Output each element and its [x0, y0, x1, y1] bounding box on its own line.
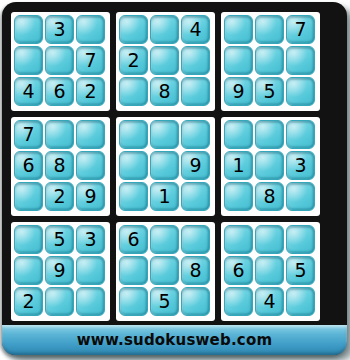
cell-r5c6: 9	[181, 151, 210, 180]
cell-r5c9: 3	[286, 151, 315, 180]
cell-r3c2: 6	[45, 77, 74, 106]
cell-r1c5[interactable]	[150, 15, 179, 44]
cell-r7c4: 6	[119, 225, 148, 254]
cell-r6c2: 2	[45, 182, 74, 211]
cell-r4c9[interactable]	[286, 120, 315, 149]
cell-r4c1: 7	[14, 120, 43, 149]
box-4: 76829	[11, 117, 110, 216]
box-5: 91	[116, 117, 215, 216]
box-7: 5392	[11, 222, 110, 321]
box-8: 685	[116, 222, 215, 321]
cell-r8c7: 6	[224, 256, 253, 285]
cell-r3c8: 5	[255, 77, 284, 106]
box-6: 138	[221, 117, 320, 216]
cell-r7c5[interactable]	[150, 225, 179, 254]
cell-r2c9[interactable]	[286, 46, 315, 75]
cell-r3c6[interactable]	[181, 77, 210, 106]
cell-r3c1: 4	[14, 77, 43, 106]
cell-r6c7[interactable]	[224, 182, 253, 211]
box-3: 795	[221, 12, 320, 111]
cell-r6c6[interactable]	[181, 182, 210, 211]
cell-r5c7: 1	[224, 151, 253, 180]
cell-r2c7[interactable]	[224, 46, 253, 75]
cell-r7c6[interactable]	[181, 225, 210, 254]
cell-r1c3[interactable]	[76, 15, 105, 44]
cell-r2c2[interactable]	[45, 46, 74, 75]
cell-r2c4: 2	[119, 46, 148, 75]
box-2: 428	[116, 12, 215, 111]
cell-r9c2[interactable]	[45, 287, 74, 316]
cell-r8c8[interactable]	[255, 256, 284, 285]
cell-r5c5[interactable]	[150, 151, 179, 180]
cell-r6c4[interactable]	[119, 182, 148, 211]
cell-r6c1[interactable]	[14, 182, 43, 211]
cell-r2c5[interactable]	[150, 46, 179, 75]
cell-r7c8[interactable]	[255, 225, 284, 254]
sudoku-grid: 3746242879576829911385392685654	[11, 12, 338, 321]
cell-r7c9[interactable]	[286, 225, 315, 254]
cell-r3c5: 8	[150, 77, 179, 106]
cell-r8c3[interactable]	[76, 256, 105, 285]
cell-r4c2[interactable]	[45, 120, 74, 149]
cell-r6c3: 9	[76, 182, 105, 211]
cell-r2c3: 7	[76, 46, 105, 75]
cell-r6c9[interactable]	[286, 182, 315, 211]
cell-r5c1: 6	[14, 151, 43, 180]
cell-r1c9: 7	[286, 15, 315, 44]
cell-r2c8[interactable]	[255, 46, 284, 75]
cell-r6c8: 8	[255, 182, 284, 211]
cell-r9c3[interactable]	[76, 287, 105, 316]
footer-url[interactable]: www.sudokusweb.com	[77, 331, 272, 349]
box-9: 654	[221, 222, 320, 321]
cell-r9c9[interactable]	[286, 287, 315, 316]
cell-r4c6[interactable]	[181, 120, 210, 149]
cell-r8c1[interactable]	[14, 256, 43, 285]
cell-r7c1[interactable]	[14, 225, 43, 254]
cell-r7c2: 5	[45, 225, 74, 254]
cell-r2c6[interactable]	[181, 46, 210, 75]
cell-r1c4[interactable]	[119, 15, 148, 44]
cell-r3c3: 2	[76, 77, 105, 106]
cell-r1c6: 4	[181, 15, 210, 44]
cell-r6c5: 1	[150, 182, 179, 211]
cell-r9c4[interactable]	[119, 287, 148, 316]
cell-r3c7: 9	[224, 77, 253, 106]
cell-r1c7[interactable]	[224, 15, 253, 44]
cell-r4c7[interactable]	[224, 120, 253, 149]
cell-r1c1[interactable]	[14, 15, 43, 44]
sudoku-board: 3746242879576829911385392685654 www.sudo…	[2, 2, 347, 355]
cell-r2c1[interactable]	[14, 46, 43, 75]
footer-banner: www.sudokusweb.com	[2, 325, 347, 355]
cell-r8c4[interactable]	[119, 256, 148, 285]
box-1: 37462	[11, 12, 110, 111]
cell-r5c8[interactable]	[255, 151, 284, 180]
cell-r9c8: 4	[255, 287, 284, 316]
cell-r4c5[interactable]	[150, 120, 179, 149]
cell-r3c4[interactable]	[119, 77, 148, 106]
cell-r8c6: 8	[181, 256, 210, 285]
cell-r4c8[interactable]	[255, 120, 284, 149]
cell-r9c6[interactable]	[181, 287, 210, 316]
cell-r5c3[interactable]	[76, 151, 105, 180]
cell-r3c9[interactable]	[286, 77, 315, 106]
cell-r7c3: 3	[76, 225, 105, 254]
cell-r7c7[interactable]	[224, 225, 253, 254]
cell-r5c4[interactable]	[119, 151, 148, 180]
cell-r1c8[interactable]	[255, 15, 284, 44]
cell-r1c2: 3	[45, 15, 74, 44]
cell-r8c5[interactable]	[150, 256, 179, 285]
cell-r8c9: 5	[286, 256, 315, 285]
cell-r9c7[interactable]	[224, 287, 253, 316]
cell-r9c5: 5	[150, 287, 179, 316]
cell-r9c1: 2	[14, 287, 43, 316]
page: 3746242879576829911385392685654 www.sudo…	[0, 0, 350, 360]
cell-r5c2: 8	[45, 151, 74, 180]
cell-r8c2: 9	[45, 256, 74, 285]
cell-r4c4[interactable]	[119, 120, 148, 149]
cell-r4c3[interactable]	[76, 120, 105, 149]
